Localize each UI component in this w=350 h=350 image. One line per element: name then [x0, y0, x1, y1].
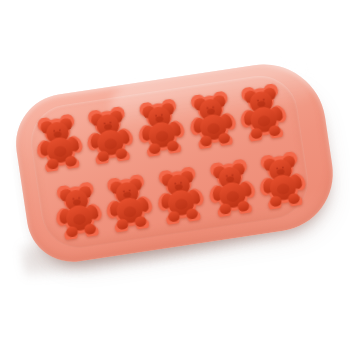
teddy-bear-cavity-icon — [184, 90, 239, 151]
teddy-bear-cavity-icon — [235, 82, 290, 143]
mold-cavity — [253, 144, 312, 218]
mold-cavity — [80, 98, 139, 172]
teddy-bear-cavity-icon — [152, 166, 207, 227]
teddy-bear-cavity-icon — [31, 112, 86, 173]
product-photo — [0, 0, 350, 350]
teddy-bear-cavity-icon — [82, 105, 137, 166]
cavity-grid — [29, 75, 303, 249]
mold-cavity — [131, 90, 190, 164]
mold-cavity — [202, 151, 261, 225]
silicone-mold-tray — [9, 56, 340, 268]
mold-cavity — [151, 159, 210, 233]
teddy-bear-cavity-icon — [50, 181, 105, 242]
mold-cavity — [182, 83, 241, 157]
mold-cavity — [48, 174, 107, 248]
mold-cavity — [233, 75, 292, 149]
teddy-bear-cavity-icon — [254, 150, 309, 211]
mold-cavity — [29, 106, 88, 180]
teddy-bear-cavity-icon — [133, 97, 188, 158]
mold-cavity — [100, 166, 159, 240]
teddy-bear-cavity-icon — [203, 158, 258, 219]
teddy-bear-cavity-icon — [101, 173, 156, 234]
